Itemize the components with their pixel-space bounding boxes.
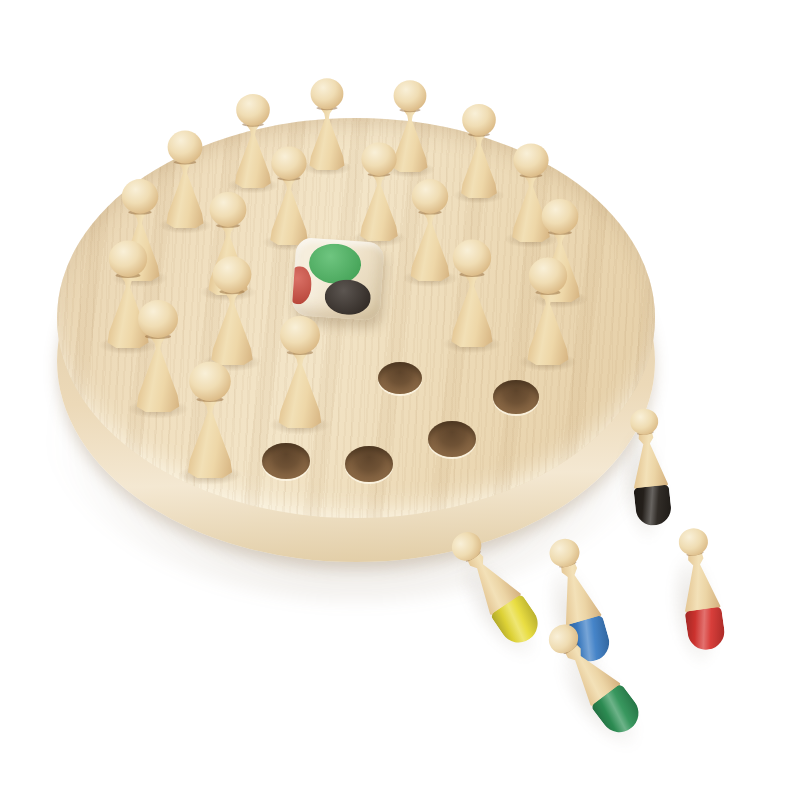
- peg-head: [210, 192, 247, 227]
- wooden-peg: [205, 256, 259, 365]
- peg-head: [280, 316, 320, 354]
- peg-head: [189, 362, 231, 402]
- peg-head: [453, 239, 491, 275]
- board-hole-empty: [262, 443, 310, 479]
- peg-head: [361, 142, 396, 175]
- die-left-face-red-dot: [291, 265, 312, 305]
- die-right-face-dark-dot: [324, 278, 372, 316]
- peg-body: [445, 270, 499, 347]
- peg-head: [271, 146, 306, 179]
- peg-head: [213, 256, 252, 293]
- peg-body: [130, 332, 186, 412]
- peg-head: [462, 104, 496, 136]
- peg-body: [264, 175, 313, 245]
- peg-body: [205, 287, 259, 365]
- memory-chess-product-photo: [0, 0, 800, 800]
- wooden-peg: [130, 300, 186, 412]
- board-hole-empty: [493, 380, 539, 414]
- peg-head: [311, 78, 344, 109]
- color-die: [291, 237, 384, 321]
- peg-head: [109, 240, 147, 276]
- peg-body: [354, 171, 403, 241]
- wooden-peg: [264, 146, 313, 245]
- peg-body: [272, 348, 328, 428]
- board-hole-empty: [345, 446, 393, 482]
- peg-head: [122, 179, 158, 214]
- board-hole-empty: [428, 421, 476, 457]
- memory-stick-red: [670, 526, 729, 653]
- die-top-face-green-dot: [308, 242, 363, 286]
- peg-head: [138, 300, 178, 338]
- wooden-peg: [455, 104, 502, 198]
- wooden-peg: [354, 142, 403, 241]
- board-hole-empty: [378, 362, 422, 394]
- peg-head: [412, 179, 448, 214]
- wooden-peg: [521, 257, 575, 365]
- peg-head: [513, 143, 548, 176]
- peg-head: [168, 131, 203, 164]
- peg-body: [521, 288, 575, 365]
- wooden-peg: [272, 316, 328, 428]
- wooden-peg: [445, 239, 499, 347]
- peg-head: [542, 199, 579, 234]
- peg-body: [455, 131, 502, 198]
- peg-head: [394, 80, 427, 111]
- wooden-peg: [181, 362, 239, 478]
- peg-head: [529, 257, 567, 293]
- peg-body: [181, 395, 239, 478]
- peg-head: [236, 94, 270, 126]
